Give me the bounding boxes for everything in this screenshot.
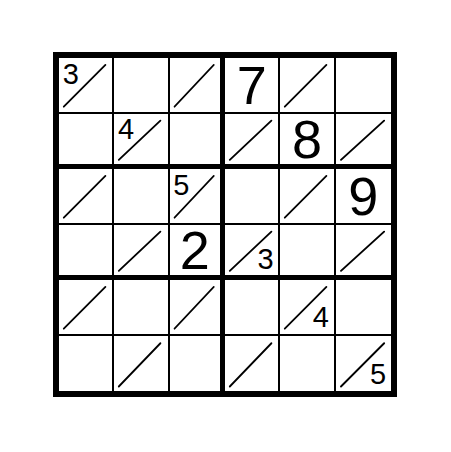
given-digit: 8	[280, 114, 333, 165]
cell-r3c2[interactable]	[114, 169, 169, 225]
cell-r5c6[interactable]	[336, 280, 391, 336]
given-digit: 7	[225, 58, 278, 112]
cell-r2c3[interactable]	[170, 114, 225, 170]
cell-r2c5[interactable]: 8	[280, 114, 335, 170]
cell-r1c6[interactable]	[336, 58, 391, 114]
lower-slash-digit: 3	[257, 244, 273, 274]
cell-r1c2[interactable]	[114, 58, 169, 114]
cell-r6c5[interactable]	[280, 336, 335, 392]
upper-slash-digit: 3	[63, 59, 79, 89]
slash-divider-icon	[280, 58, 333, 112]
cell-r4c2[interactable]	[114, 225, 169, 281]
cell-r1c5[interactable]	[280, 58, 335, 114]
slash-divider-icon	[336, 114, 391, 165]
cell-r4c6[interactable]	[336, 225, 391, 281]
cell-r1c1[interactable]: 3	[59, 58, 114, 114]
slash-divider-icon	[225, 336, 278, 392]
lower-slash-digit: 4	[313, 302, 329, 332]
cell-r5c2[interactable]	[114, 280, 169, 336]
cell-r2c1[interactable]	[59, 114, 114, 170]
cell-r6c1[interactable]	[59, 336, 114, 392]
cell-r4c4[interactable]: 3	[225, 225, 280, 281]
cell-r3c3[interactable]: 5	[170, 169, 225, 225]
cell-r6c3[interactable]	[170, 336, 225, 392]
cell-r3c5[interactable]	[280, 169, 335, 225]
tight-fit-sudoku-board: 3748592345	[53, 52, 397, 397]
cell-r1c4[interactable]: 7	[225, 58, 280, 114]
slash-divider-icon	[280, 169, 333, 223]
slash-divider-icon	[170, 280, 220, 334]
cell-r5c1[interactable]	[59, 280, 114, 336]
cell-r3c1[interactable]	[59, 169, 114, 225]
cell-r4c5[interactable]	[280, 225, 335, 281]
given-digit: 9	[336, 169, 391, 223]
upper-slash-digit: 4	[118, 114, 134, 144]
cell-r5c4[interactable]	[225, 280, 280, 336]
cell-r6c4[interactable]	[225, 336, 280, 392]
slash-divider-icon	[114, 336, 167, 392]
puzzle-page: 3748592345	[0, 0, 451, 452]
upper-slash-digit: 5	[173, 170, 189, 200]
slash-divider-icon	[336, 225, 391, 276]
cell-r4c1[interactable]	[59, 225, 114, 281]
lower-slash-digit: 5	[370, 359, 386, 389]
slash-divider-icon	[59, 280, 112, 334]
cell-r6c6[interactable]: 5	[336, 336, 391, 392]
cell-r5c3[interactable]	[170, 280, 225, 336]
slash-divider-icon	[114, 225, 167, 276]
slash-divider-icon	[225, 114, 278, 165]
cell-r2c2[interactable]: 4	[114, 114, 169, 170]
cell-r1c3[interactable]	[170, 58, 225, 114]
given-digit: 2	[170, 225, 220, 276]
cell-r2c6[interactable]	[336, 114, 391, 170]
slash-divider-icon	[59, 169, 112, 223]
slash-divider-icon	[170, 58, 220, 112]
cell-r4c3[interactable]: 2	[170, 225, 225, 281]
cell-r6c2[interactable]	[114, 336, 169, 392]
cell-r5c5[interactable]: 4	[280, 280, 335, 336]
cell-r3c4[interactable]	[225, 169, 280, 225]
cell-r2c4[interactable]	[225, 114, 280, 170]
cell-r3c6[interactable]: 9	[336, 169, 391, 225]
